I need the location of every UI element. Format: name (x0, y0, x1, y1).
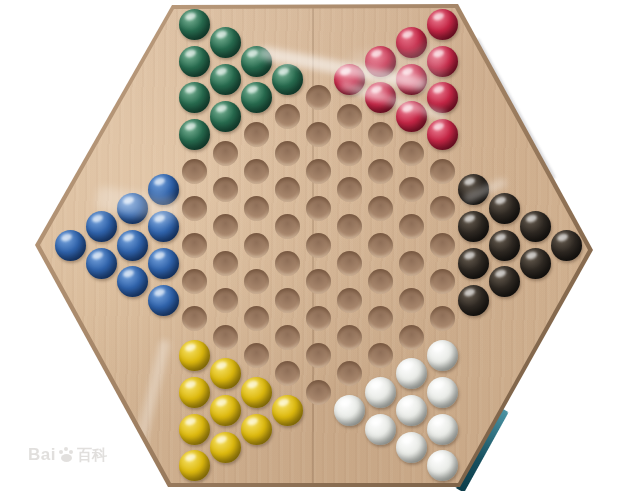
marble-highlight (432, 379, 445, 389)
marble-yellow[interactable] (272, 395, 303, 426)
marble-black[interactable] (489, 193, 520, 224)
hole[interactable] (275, 325, 300, 350)
marble-highlight (432, 11, 445, 21)
marble-highlight (525, 214, 538, 224)
hole[interactable] (368, 122, 393, 147)
hole[interactable] (337, 288, 362, 313)
marble-white[interactable] (427, 450, 458, 481)
hole[interactable] (306, 85, 331, 110)
hole[interactable] (337, 141, 362, 166)
hole[interactable] (430, 306, 455, 331)
marble-highlight (432, 122, 445, 132)
hole[interactable] (275, 251, 300, 276)
hole[interactable] (368, 159, 393, 184)
hole[interactable] (306, 196, 331, 221)
hole[interactable] (368, 269, 393, 294)
hole[interactable] (337, 251, 362, 276)
hole[interactable] (275, 214, 300, 239)
hole[interactable] (337, 214, 362, 239)
marble-yellow[interactable] (210, 358, 241, 389)
watermark-text: 百科 (77, 446, 107, 465)
marble-blue[interactable] (148, 285, 179, 316)
marble-highlight (494, 232, 507, 242)
hole[interactable] (244, 269, 269, 294)
hole[interactable] (337, 104, 362, 129)
marble-white[interactable] (334, 395, 365, 426)
hole[interactable] (306, 159, 331, 184)
hole[interactable] (337, 177, 362, 202)
marble-yellow[interactable] (179, 340, 210, 371)
hole[interactable] (182, 269, 207, 294)
hole[interactable] (368, 196, 393, 221)
marble-blue[interactable] (86, 248, 117, 279)
marble-highlight (215, 398, 228, 408)
hole[interactable] (306, 269, 331, 294)
marble-highlight (277, 66, 290, 76)
marble-white[interactable] (427, 340, 458, 371)
marble-yellow[interactable] (179, 414, 210, 445)
hole[interactable] (213, 325, 238, 350)
marble-blue[interactable] (55, 230, 86, 261)
hole[interactable] (213, 214, 238, 239)
marble-green[interactable] (210, 64, 241, 95)
marble-yellow[interactable] (179, 377, 210, 408)
marble-yellow[interactable] (179, 450, 210, 481)
hole[interactable] (399, 141, 424, 166)
marble-highlight (401, 398, 414, 408)
hole[interactable] (368, 343, 393, 368)
marble-black[interactable] (520, 248, 551, 279)
marble-highlight (184, 122, 197, 132)
marble-highlight (153, 250, 166, 260)
hole[interactable] (337, 325, 362, 350)
marble-highlight (122, 269, 135, 279)
marble-highlight (246, 48, 259, 58)
hole[interactable] (306, 122, 331, 147)
marble-highlight (91, 214, 104, 224)
hole[interactable] (306, 233, 331, 258)
marble-highlight (401, 434, 414, 444)
marble-highlight (525, 250, 538, 260)
marble-highlight (401, 30, 414, 40)
marble-green[interactable] (241, 82, 272, 113)
hole[interactable] (182, 159, 207, 184)
hole[interactable] (182, 306, 207, 331)
marble-yellow[interactable] (241, 377, 272, 408)
hole[interactable] (213, 251, 238, 276)
marble-white[interactable] (365, 377, 396, 408)
marble-highlight (401, 361, 414, 371)
hole[interactable] (244, 196, 269, 221)
hole[interactable] (399, 214, 424, 239)
marble-highlight (184, 85, 197, 95)
hole[interactable] (275, 177, 300, 202)
marble-black[interactable] (551, 230, 582, 261)
hole[interactable] (275, 141, 300, 166)
hole[interactable] (430, 269, 455, 294)
hole[interactable] (430, 196, 455, 221)
hole[interactable] (399, 251, 424, 276)
watermark: Bai 百科 (28, 445, 107, 465)
hole[interactable] (182, 196, 207, 221)
board-surface (0, 0, 620, 491)
hole[interactable] (213, 288, 238, 313)
hole[interactable] (275, 288, 300, 313)
marble-highlight (184, 11, 197, 21)
marble-black[interactable] (489, 230, 520, 261)
marble-highlight (494, 195, 507, 205)
marble-white[interactable] (427, 377, 458, 408)
marble-highlight (463, 177, 476, 187)
marble-highlight (494, 269, 507, 279)
marble-black[interactable] (489, 266, 520, 297)
marble-highlight (556, 232, 569, 242)
hole[interactable] (430, 159, 455, 184)
hole[interactable] (244, 159, 269, 184)
hole[interactable] (182, 233, 207, 258)
board (0, 0, 620, 491)
marble-highlight (370, 379, 383, 389)
marble-red[interactable] (427, 9, 458, 40)
marble-highlight (432, 416, 445, 426)
marble-highlight (463, 250, 476, 260)
marble-black[interactable] (520, 211, 551, 242)
marble-highlight (432, 453, 445, 463)
hole[interactable] (244, 343, 269, 368)
marble-highlight (215, 103, 228, 113)
marble-highlight (246, 416, 259, 426)
marble-black[interactable] (458, 248, 489, 279)
marble-highlight (184, 453, 197, 463)
marble-highlight (432, 85, 445, 95)
marble-highlight (184, 342, 197, 352)
marble-highlight (370, 416, 383, 426)
marble-yellow[interactable] (210, 395, 241, 426)
marble-green[interactable] (179, 119, 210, 150)
hole[interactable] (306, 343, 331, 368)
hole[interactable] (430, 233, 455, 258)
marble-green[interactable] (210, 101, 241, 132)
marble-blue[interactable] (86, 211, 117, 242)
marble-black[interactable] (458, 211, 489, 242)
marble-highlight (277, 398, 290, 408)
marble-highlight (153, 177, 166, 187)
marble-white[interactable] (427, 414, 458, 445)
marble-highlight (463, 214, 476, 224)
marble-highlight (215, 66, 228, 76)
marble-blue[interactable] (117, 266, 148, 297)
marble-yellow[interactable] (210, 432, 241, 463)
marble-red[interactable] (427, 119, 458, 150)
hole[interactable] (275, 104, 300, 129)
marble-highlight (246, 85, 259, 95)
marble-white[interactable] (396, 358, 427, 389)
marble-blue[interactable] (117, 230, 148, 261)
marble-white[interactable] (365, 414, 396, 445)
marble-green[interactable] (272, 64, 303, 95)
marble-white[interactable] (396, 432, 427, 463)
marble-blue[interactable] (148, 248, 179, 279)
hole[interactable] (275, 361, 300, 386)
marble-green[interactable] (179, 9, 210, 40)
marble-highlight (215, 361, 228, 371)
hole[interactable] (368, 306, 393, 331)
hole[interactable] (306, 380, 331, 405)
hole[interactable] (337, 361, 362, 386)
plastic-wrap-glare (132, 338, 171, 455)
marble-highlight (153, 287, 166, 297)
marble-highlight (60, 232, 73, 242)
hole[interactable] (399, 325, 424, 350)
baidu-paw-icon (58, 447, 75, 463)
hole[interactable] (213, 177, 238, 202)
hole[interactable] (244, 306, 269, 331)
marble-highlight (339, 398, 352, 408)
marble-highlight (246, 379, 259, 389)
hole[interactable] (306, 306, 331, 331)
marble-highlight (215, 30, 228, 40)
marble-black[interactable] (458, 285, 489, 316)
marble-green[interactable] (210, 27, 241, 58)
hole[interactable] (244, 233, 269, 258)
hole[interactable] (244, 122, 269, 147)
marble-green[interactable] (179, 82, 210, 113)
marble-white[interactable] (396, 395, 427, 426)
marble-yellow[interactable] (241, 414, 272, 445)
marble-highlight (122, 232, 135, 242)
marble-highlight (91, 250, 104, 260)
marble-highlight (184, 48, 197, 58)
marble-highlight (432, 342, 445, 352)
hole[interactable] (399, 177, 424, 202)
marble-highlight (184, 416, 197, 426)
marble-highlight (215, 434, 228, 444)
hole[interactable] (368, 233, 393, 258)
hole[interactable] (213, 141, 238, 166)
photo-scene: Bai 百科 (0, 0, 620, 491)
marble-highlight (184, 379, 197, 389)
marble-green[interactable] (179, 46, 210, 77)
marble-highlight (463, 287, 476, 297)
watermark-text: Bai (28, 445, 56, 465)
hole[interactable] (399, 288, 424, 313)
